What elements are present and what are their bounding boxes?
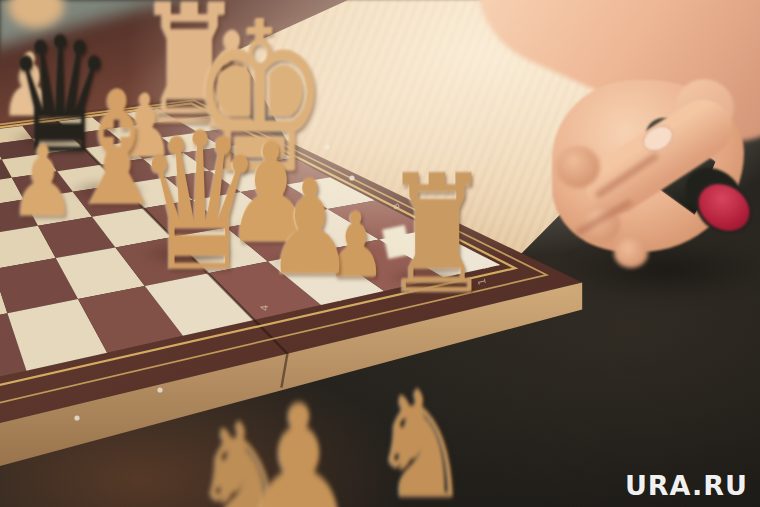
watermark-text: URA.RU	[625, 470, 748, 501]
svg-text:4: 4	[259, 305, 270, 312]
svg-text:3: 3	[331, 295, 343, 302]
chess-photo-scene: 1234ав ♜♝♟♛♟♚♝♟♛♟♟♟♜♞♟♞ URA.RU	[0, 0, 760, 507]
knuckle	[614, 238, 648, 268]
knuckle	[556, 146, 600, 188]
